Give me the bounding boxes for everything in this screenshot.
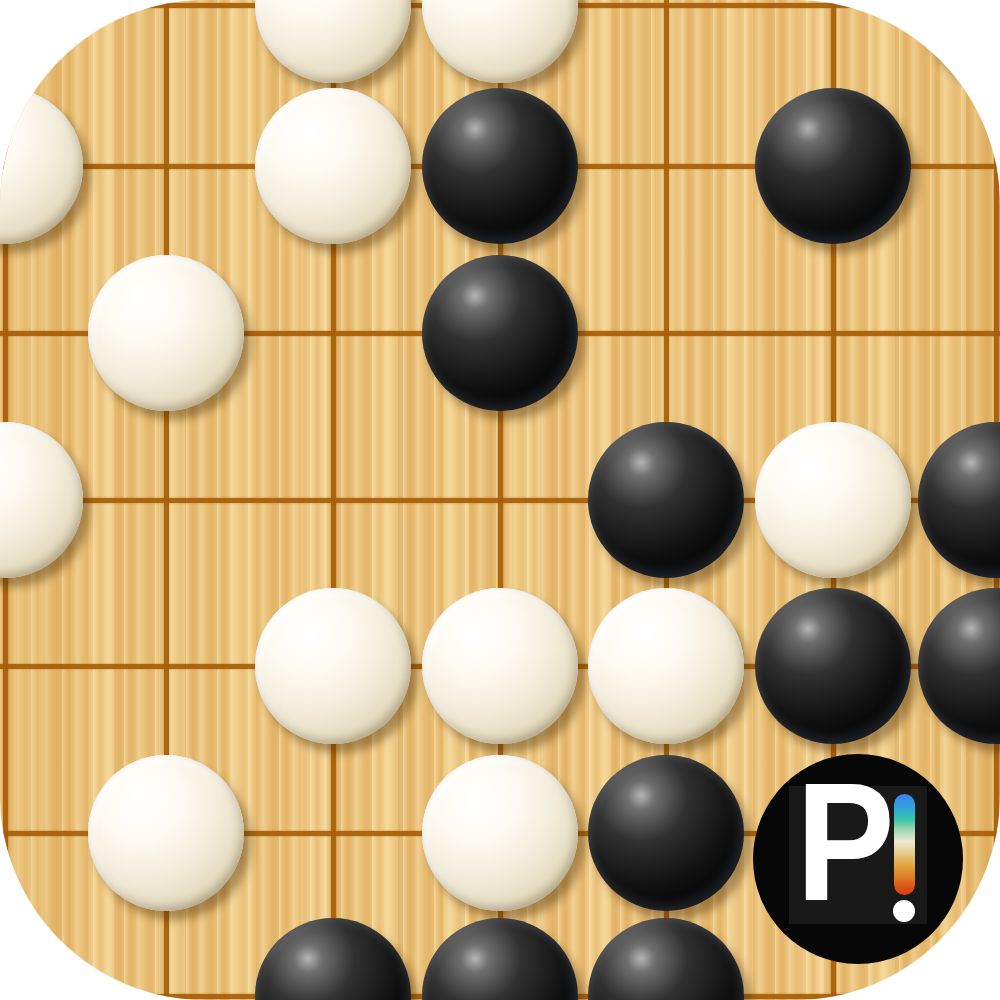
go-stone-black: [588, 918, 744, 1000]
go-stone-black: [918, 422, 1000, 578]
logo-letter: P: [796, 758, 895, 926]
go-stone-white: [755, 422, 911, 578]
go-stone-black: [422, 255, 578, 411]
logo-inner-square: P: [789, 786, 927, 924]
go-stone-black: [422, 88, 578, 244]
go-stone-white: [0, 88, 83, 244]
go-stone-black: [755, 88, 911, 244]
go-stone-white: [88, 755, 244, 911]
go-stone-black: [588, 422, 744, 578]
logo-exclamation-dot: [893, 900, 915, 922]
go-stone-white: [0, 422, 83, 578]
go-stone-black: [255, 918, 411, 1000]
go-stone-white: [422, 588, 578, 744]
go-stone-black: [588, 755, 744, 911]
logo-exclamation-bar: [894, 794, 915, 895]
go-stone-black: [918, 0, 1000, 83]
go-stone-white: [422, 755, 578, 911]
go-app-icon: P: [0, 0, 1000, 1000]
go-stone-black: [918, 588, 1000, 744]
go-stone-white: [255, 88, 411, 244]
go-stone-black: [422, 918, 578, 1000]
logo-badge: P: [753, 754, 963, 964]
go-stone-white: [588, 588, 744, 744]
go-stone-white: [255, 0, 411, 83]
go-stone-white: [255, 588, 411, 744]
go-stone-white: [88, 255, 244, 411]
go-stone-white: [422, 0, 578, 83]
go-stone-black: [755, 588, 911, 744]
